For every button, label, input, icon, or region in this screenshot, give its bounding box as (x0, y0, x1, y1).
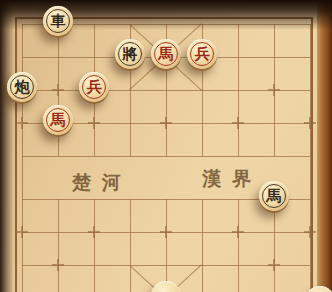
point-marker (16, 117, 28, 129)
board-gridline (202, 199, 203, 292)
point-marker (16, 226, 28, 238)
piece-glyph: 兵 (79, 72, 109, 102)
point-marker (160, 117, 172, 129)
piece-red-soldier[interactable]: 兵 (79, 72, 109, 102)
river-label-right: 漢界 (202, 166, 262, 192)
piece-red-horse[interactable]: 馬 (151, 39, 181, 69)
point-marker (232, 117, 244, 129)
point-marker (88, 117, 100, 129)
piece-glyph: 將 (115, 39, 145, 69)
piece-glyph: 馬 (259, 181, 289, 211)
piece-red-soldier[interactable]: 兵 (187, 39, 217, 69)
piece-glyph: 馬 (43, 105, 73, 135)
piece-black-chariot[interactable]: 車 (43, 6, 73, 36)
board-gridline (238, 24, 239, 156)
board-gridline (94, 199, 95, 292)
piece-black-cannon[interactable]: 炮 (7, 72, 37, 102)
board-gridline (238, 199, 239, 292)
point-marker (232, 226, 244, 238)
point-marker (304, 226, 316, 238)
board-gridline (22, 24, 23, 292)
board-gridline (130, 199, 131, 292)
board-gridline (22, 156, 310, 157)
piece-glyph: 車 (43, 6, 73, 36)
board-gridline (58, 199, 59, 292)
point-marker (268, 259, 280, 271)
point-marker (88, 226, 100, 238)
piece-red-horse[interactable]: 馬 (43, 105, 73, 135)
piece-black-horse[interactable]: 馬 (259, 181, 289, 211)
piece-glyph: 炮 (7, 72, 37, 102)
piece-glyph: 兵 (187, 39, 217, 69)
point-marker (304, 117, 316, 129)
left-shadow (0, 0, 14, 292)
river-label-left: 楚河 (72, 170, 132, 196)
piece-glyph: 馬 (151, 39, 181, 69)
point-marker (52, 259, 64, 271)
board-gridline (310, 24, 311, 292)
point-marker (52, 84, 64, 96)
board-gridline (166, 199, 167, 292)
point-marker (268, 84, 280, 96)
table-wood-edge (317, 0, 332, 292)
board-gridline (274, 199, 275, 292)
piece-black-general[interactable]: 將 (115, 39, 145, 69)
point-marker (160, 226, 172, 238)
xiangqi-board[interactable]: 楚河 漢界 車將馬兵炮兵馬馬 (0, 0, 332, 292)
